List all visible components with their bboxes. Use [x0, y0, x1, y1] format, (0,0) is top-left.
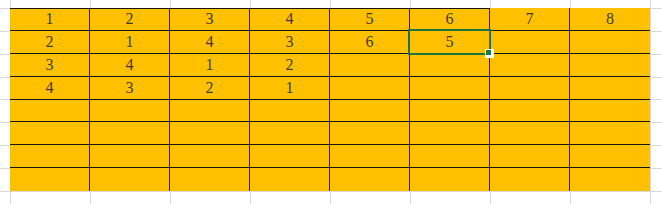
cell-r7c5[interactable]: [330, 145, 410, 168]
cell-r5c6[interactable]: [410, 100, 490, 123]
cell-r8c5[interactable]: [330, 168, 410, 191]
cell-r1c1[interactable]: 1: [10, 8, 90, 31]
cell-r1c7[interactable]: 7: [490, 8, 570, 31]
cell-r5c2[interactable]: [90, 100, 170, 123]
cell-r5c7[interactable]: [490, 100, 570, 123]
cell-r1c8[interactable]: 8: [570, 8, 650, 31]
cell-r4c3[interactable]: 2: [170, 77, 250, 100]
spreadsheet-viewport: 1234567821436534124321: [0, 0, 662, 204]
cell-r2c1[interactable]: 2: [10, 31, 90, 54]
cell-r5c1[interactable]: [10, 100, 90, 123]
cell-r3c5[interactable]: [330, 54, 410, 77]
cell-r4c7[interactable]: [490, 77, 570, 100]
cell-r3c6[interactable]: [410, 54, 490, 77]
cell-r3c2[interactable]: 4: [90, 54, 170, 77]
cell-r6c7[interactable]: [490, 122, 570, 145]
cell-r7c1[interactable]: [10, 145, 90, 168]
cell-r3c1[interactable]: 3: [10, 54, 90, 77]
cell-r4c8[interactable]: [570, 77, 650, 100]
cell-r1c5[interactable]: 5: [330, 8, 410, 31]
cell-r7c7[interactable]: [490, 145, 570, 168]
cell-r7c3[interactable]: [170, 145, 250, 168]
cell-r6c6[interactable]: [410, 122, 490, 145]
cell-r6c4[interactable]: [250, 122, 330, 145]
cell-r8c3[interactable]: [170, 168, 250, 191]
cell-r4c2[interactable]: 3: [90, 77, 170, 100]
cell-r6c2[interactable]: [90, 122, 170, 145]
cell-r8c1[interactable]: [10, 168, 90, 191]
cell-r3c7[interactable]: [490, 54, 570, 77]
cell-r6c3[interactable]: [170, 122, 250, 145]
cell-r1c4[interactable]: 4: [250, 8, 330, 31]
cell-r7c6[interactable]: [410, 145, 490, 168]
cell-r7c2[interactable]: [90, 145, 170, 168]
cell-r4c4[interactable]: 1: [250, 77, 330, 100]
cell-r4c5[interactable]: [330, 77, 410, 100]
cell-r4c6[interactable]: [410, 77, 490, 100]
cell-r6c8[interactable]: [570, 122, 650, 145]
cell-r5c5[interactable]: [330, 100, 410, 123]
cell-r2c4[interactable]: 3: [250, 31, 330, 54]
cell-r2c6[interactable]: 5: [410, 31, 490, 54]
cell-r2c7[interactable]: [490, 31, 570, 54]
cell-r2c2[interactable]: 1: [90, 31, 170, 54]
cell-r8c4[interactable]: [250, 168, 330, 191]
cell-r5c3[interactable]: [170, 100, 250, 123]
cell-r4c1[interactable]: 4: [10, 77, 90, 100]
fill-handle-dot: [486, 50, 491, 55]
fill-handle[interactable]: [485, 49, 494, 58]
cell-r3c4[interactable]: 2: [250, 54, 330, 77]
cell-r8c6[interactable]: [410, 168, 490, 191]
cell-r2c8[interactable]: [570, 31, 650, 54]
cell-r5c8[interactable]: [570, 100, 650, 123]
cell-r1c3[interactable]: 3: [170, 8, 250, 31]
cell-r6c1[interactable]: [10, 122, 90, 145]
cell-r3c8[interactable]: [570, 54, 650, 77]
cell-r8c8[interactable]: [570, 168, 650, 191]
cell-r7c4[interactable]: [250, 145, 330, 168]
cell-r8c2[interactable]: [90, 168, 170, 191]
cell-r1c6[interactable]: 6: [410, 8, 490, 31]
cell-r7c8[interactable]: [570, 145, 650, 168]
cell-r3c3[interactable]: 1: [170, 54, 250, 77]
cell-r2c5[interactable]: 6: [330, 31, 410, 54]
cell-r1c2[interactable]: 2: [90, 8, 170, 31]
cell-r2c3[interactable]: 4: [170, 31, 250, 54]
cell-r5c4[interactable]: [250, 100, 330, 123]
cell-r8c7[interactable]: [490, 168, 570, 191]
filled-range: 1234567821436534124321: [10, 8, 650, 191]
cell-r6c5[interactable]: [330, 122, 410, 145]
